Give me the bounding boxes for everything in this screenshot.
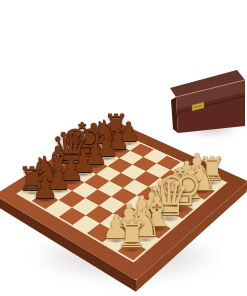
board-scene — [0, 0, 247, 296]
chess-set-photo: ♜♞♝♛♚♝♞♜♟♟♟♟♟♟♟♟♟♟♟♟♟♟♟♟♜♞♝♛♚♝♞♜ — [0, 0, 247, 296]
chess-board — [0, 120, 247, 280]
board-squares — [16, 130, 227, 262]
